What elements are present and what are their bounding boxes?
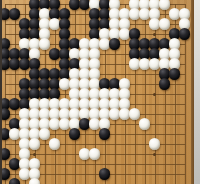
go-board-photo: [0, 0, 200, 184]
white-stone: [89, 148, 100, 159]
star-point: [153, 33, 156, 36]
star-point: [153, 153, 156, 156]
go-board[interactable]: [2, 0, 193, 184]
black-stone: [109, 38, 120, 49]
star-point: [33, 153, 36, 156]
black-stone: [99, 128, 110, 139]
photo-left-edge: [0, 0, 2, 184]
white-stone: [129, 108, 140, 119]
white-stone: [159, 18, 170, 29]
black-stone: [179, 28, 190, 39]
black-stone: [9, 8, 20, 19]
black-stone: [9, 178, 20, 184]
white-stone: [29, 138, 40, 149]
black-stone: [159, 78, 170, 89]
white-stone: [149, 138, 160, 149]
board-right-edge: [191, 0, 194, 184]
black-stone: [69, 128, 80, 139]
white-stone: [159, 0, 170, 10]
white-stone: [29, 178, 40, 184]
black-stone: [99, 168, 110, 179]
black-stone: [169, 68, 180, 79]
white-stone: [49, 138, 60, 149]
white-stone: [39, 128, 50, 139]
star-point: [153, 93, 156, 96]
white-stone: [139, 118, 150, 129]
white-stone: [39, 38, 50, 49]
